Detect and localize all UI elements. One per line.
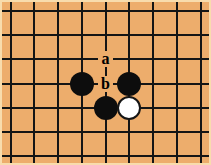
grid-line-horizontal	[0, 10, 211, 12]
grid-line-horizontal	[0, 131, 211, 133]
grid-line-horizontal	[0, 155, 211, 157]
point-label-b: b	[98, 76, 113, 92]
go-board-diagram: ab	[0, 0, 211, 165]
white-stone	[117, 96, 141, 120]
point-label-a: a	[98, 51, 113, 67]
grid-line-horizontal	[0, 34, 211, 36]
black-stone	[70, 72, 94, 96]
black-stone	[94, 96, 118, 120]
black-stone	[117, 72, 141, 96]
